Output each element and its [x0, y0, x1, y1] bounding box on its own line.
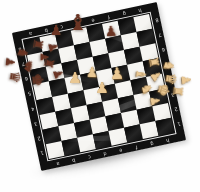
chess-board: abcdefgh abcdefgh 87654321 87654321 [12, 2, 186, 171]
board-square-h1 [155, 118, 174, 136]
chess-piece-dark-pawn-fallen: ♟ [4, 56, 17, 68]
board-grid [24, 14, 174, 159]
photo-background: abcdefgh abcdefgh 87654321 87654321 ♟♝♟♜… [0, 0, 200, 192]
chess-piece-light-pawn-fallen: ♟ [180, 74, 193, 86]
board-border: abcdefgh abcdefgh 87654321 87654321 [12, 2, 186, 171]
